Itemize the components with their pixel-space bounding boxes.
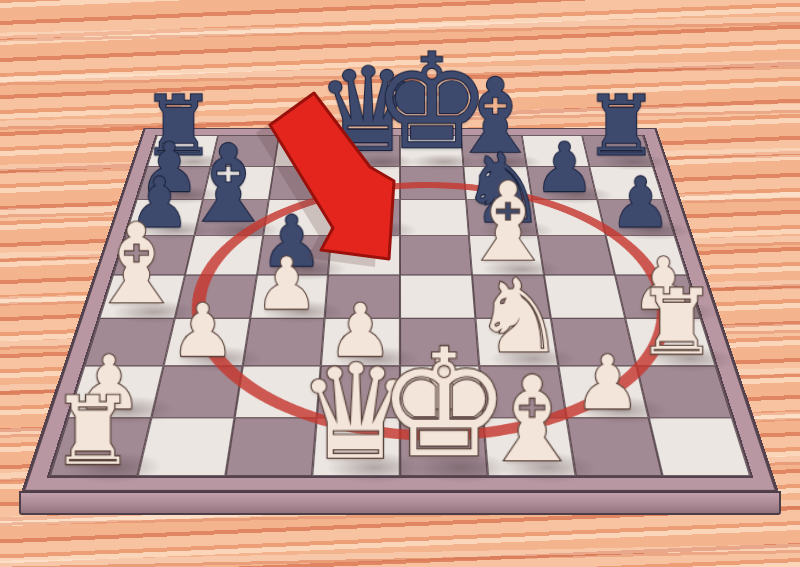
square-h1[interactable]: [649, 418, 750, 476]
square-d6[interactable]: ♟: [331, 200, 400, 236]
chess-board: ♜♛♚♝♜♟♟♟♝♟♞♟♟♝♝♟♟♟♟♞♜♟♟♟♜♛♚♝: [21, 128, 779, 493]
square-f1[interactable]: ♝: [483, 418, 575, 476]
square-a1[interactable]: ♜: [50, 418, 151, 476]
black-pawn-d6[interactable]: ♟: [335, 168, 397, 237]
white-rook-h3[interactable]: ♜: [636, 277, 717, 367]
square-h6[interactable]: ♟: [597, 200, 674, 236]
black-rook-h8[interactable]: ♜: [584, 85, 658, 168]
white-pawn-c4[interactable]: ♟: [255, 249, 319, 320]
white-bishop-f1[interactable]: ♝: [479, 361, 584, 478]
white-pawn-b3[interactable]: ♟: [170, 295, 235, 368]
board-frame-front: [19, 491, 781, 515]
black-pawn-h6[interactable]: ♟: [610, 168, 672, 237]
square-b6[interactable]: ♝: [194, 200, 268, 236]
square-c4[interactable]: ♟: [250, 275, 329, 318]
square-e1[interactable]: ♚: [400, 418, 488, 476]
white-rook-a1[interactable]: ♜: [50, 384, 134, 478]
illustration-stage: ♜♛♚♝♜♟♟♟♝♟♞♟♟♝♝♟♟♟♟♞♜♟♟♟♜♛♚♝: [0, 0, 800, 567]
